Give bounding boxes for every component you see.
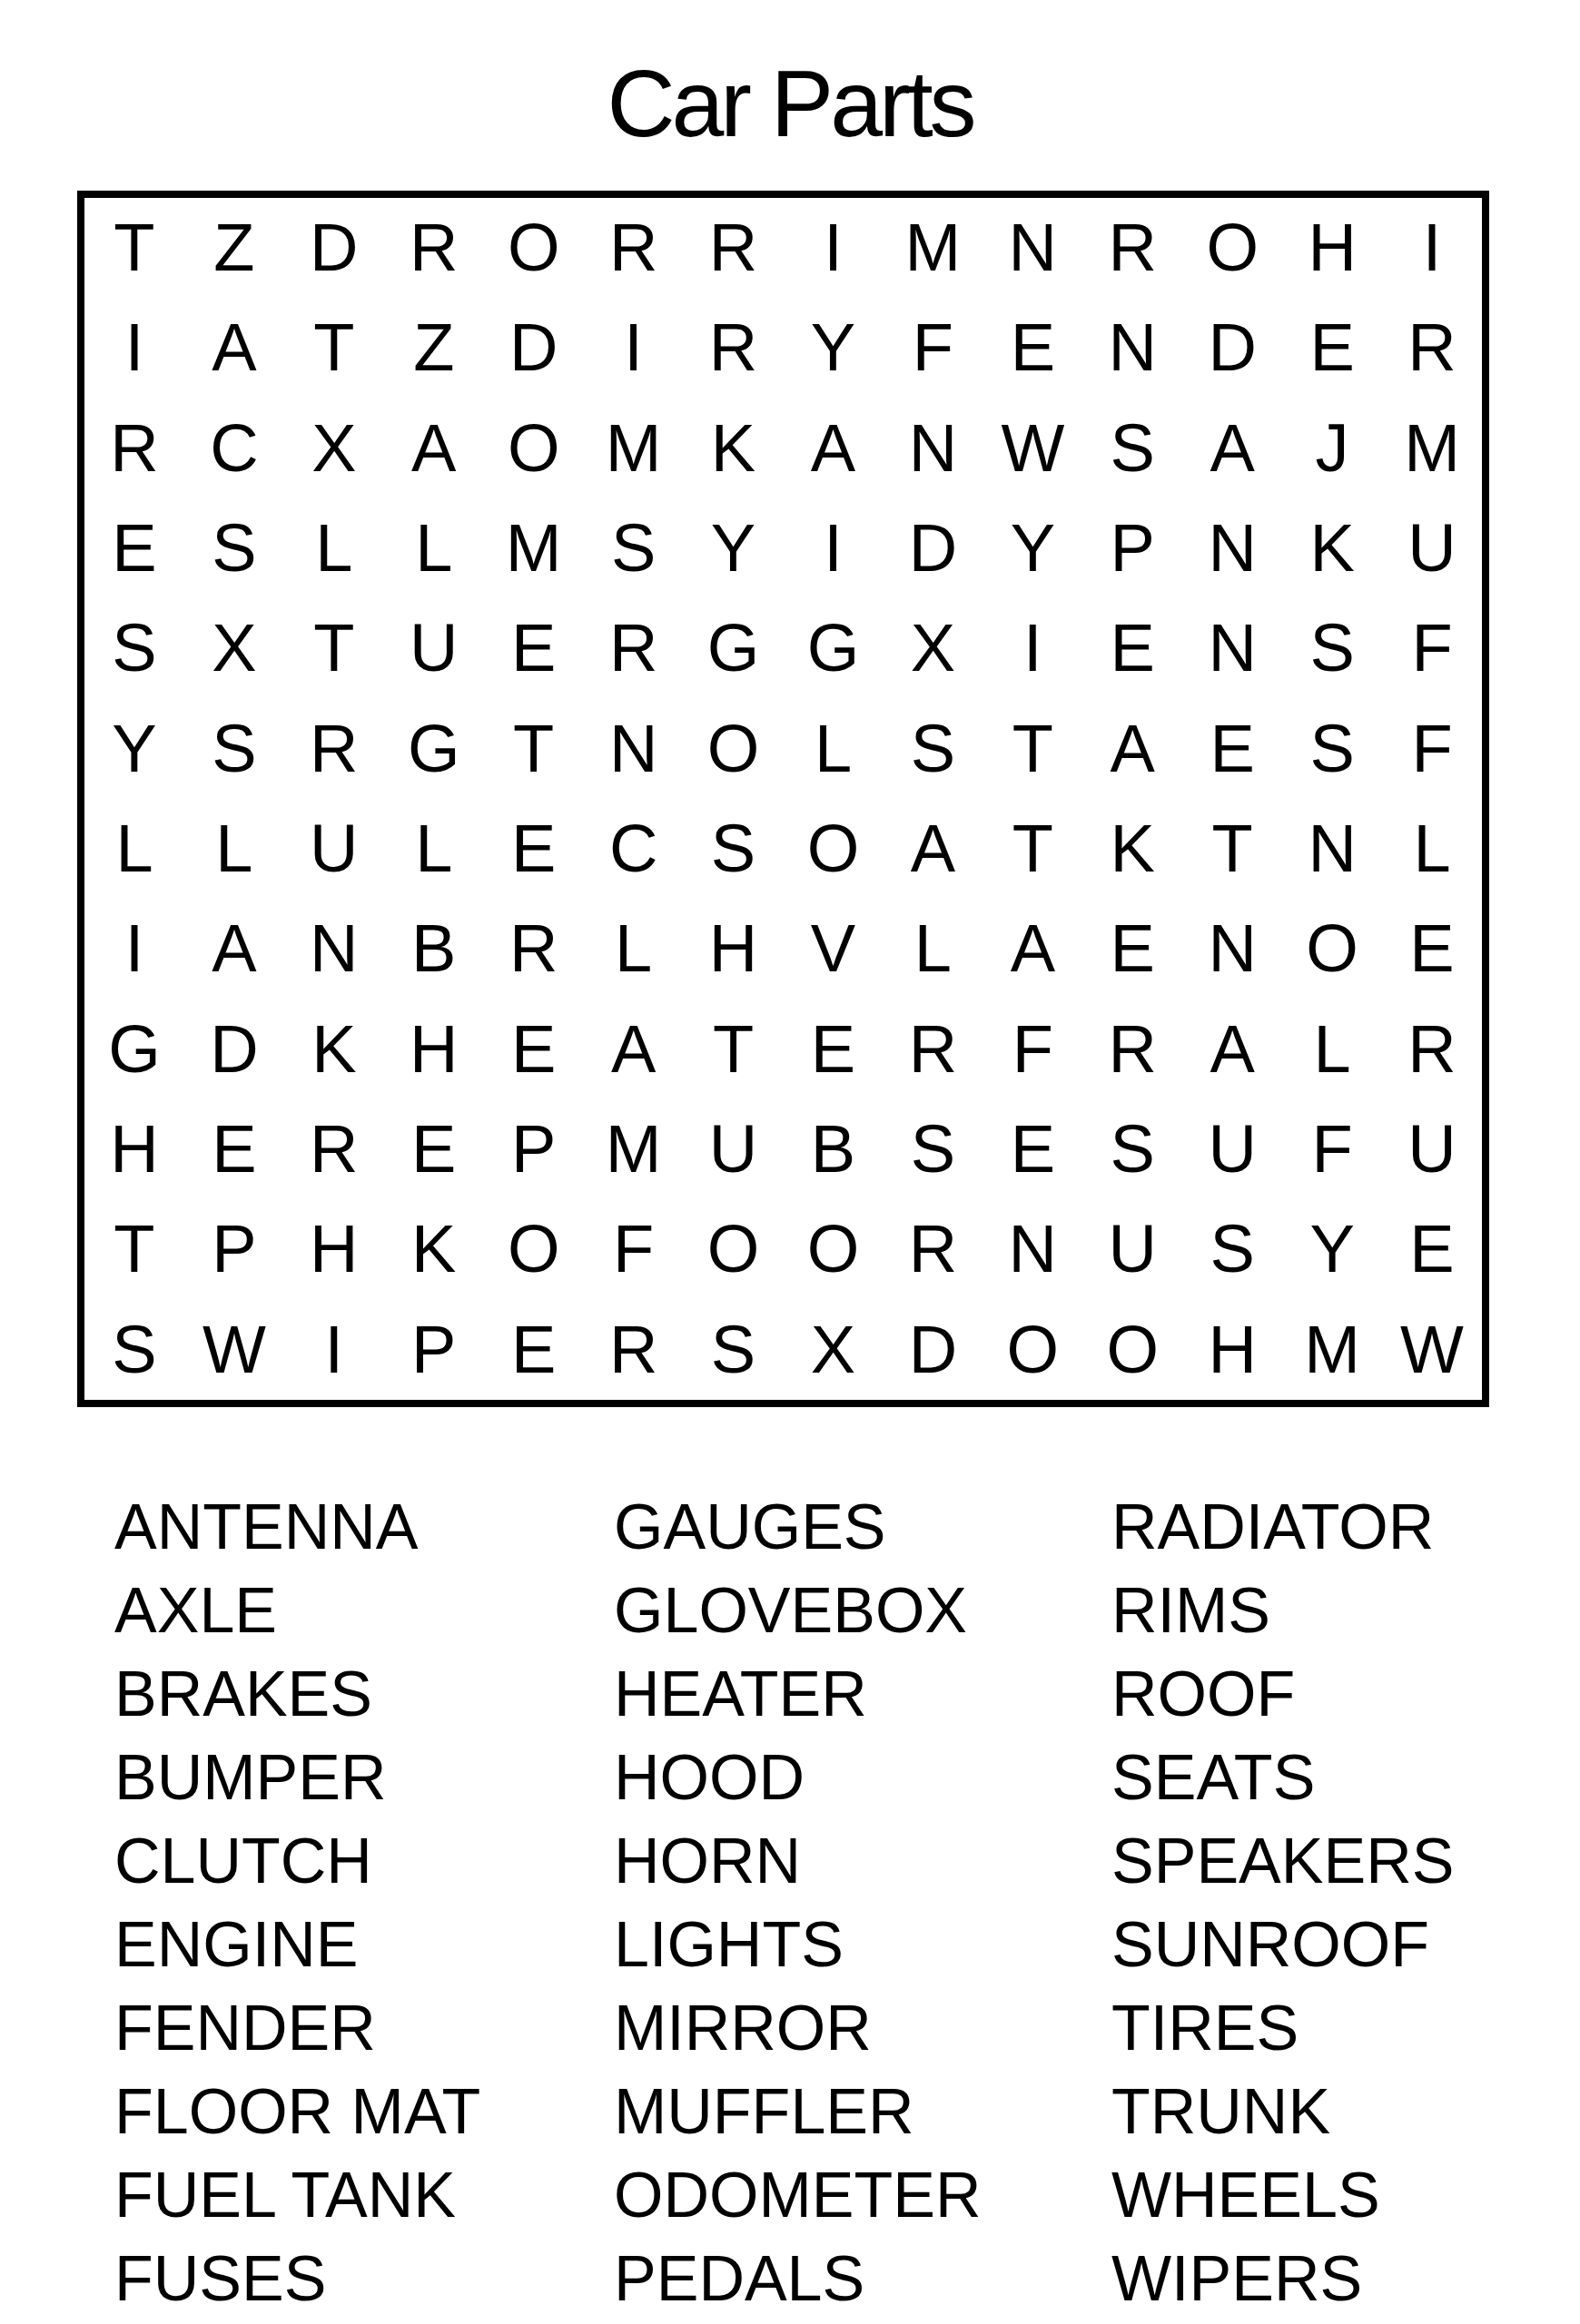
grid-cell[interactable]: E xyxy=(983,298,1082,398)
grid-cell[interactable]: N xyxy=(1082,298,1182,398)
grid-cell[interactable]: E xyxy=(184,1099,284,1199)
grid-cell[interactable]: H xyxy=(284,1199,384,1299)
grid-cell[interactable]: L xyxy=(584,899,684,999)
grid-cell[interactable]: U xyxy=(684,1099,784,1199)
grid-cell[interactable]: S xyxy=(684,799,784,899)
grid-cell[interactable]: R xyxy=(584,198,684,298)
grid-cell[interactable]: V xyxy=(784,899,884,999)
grid-cell[interactable]: E xyxy=(983,1099,1082,1199)
grid-cell[interactable]: P xyxy=(484,1099,584,1199)
grid-cell[interactable]: L xyxy=(1382,799,1482,899)
grid-cell[interactable]: O xyxy=(784,1199,884,1299)
word-list-item: LIGHTS xyxy=(614,1903,981,1986)
grid-cell[interactable]: R xyxy=(1382,298,1482,398)
word-list-column: GAUGESGLOVEBOXHEATERHOODHORNLIGHTSMIRROR… xyxy=(614,1485,981,2320)
grid-cell[interactable]: E xyxy=(84,498,184,598)
grid-cell[interactable]: G xyxy=(684,598,784,698)
grid-cell[interactable]: L xyxy=(384,498,484,598)
grid-cell[interactable]: U xyxy=(1082,1199,1182,1299)
grid-cell[interactable]: T xyxy=(484,699,584,799)
grid-cell[interactable]: X xyxy=(883,598,983,698)
grid-cell[interactable]: U xyxy=(1382,1099,1482,1199)
grid-cell[interactable]: L xyxy=(784,699,884,799)
grid-cell[interactable]: K xyxy=(384,1199,484,1299)
word-list-item: TRUNK xyxy=(1111,2070,1454,2153)
grid-cell[interactable]: E xyxy=(1282,298,1382,398)
grid-cell[interactable]: S xyxy=(184,498,284,598)
grid-cell[interactable]: Z xyxy=(384,298,484,398)
word-list-item: RIMS xyxy=(1111,1569,1454,1652)
grid-cell[interactable]: N xyxy=(1182,598,1282,698)
grid-cell[interactable]: M xyxy=(1282,1300,1382,1400)
grid-cell[interactable]: J xyxy=(1282,399,1382,498)
word-list-item: FLOOR MAT xyxy=(114,2070,480,2153)
grid-cell[interactable]: F xyxy=(883,298,983,398)
word-list-item: ANTENNA xyxy=(114,1485,480,1569)
grid-cell[interactable]: E xyxy=(784,1000,884,1099)
grid-cell[interactable]: E xyxy=(1082,598,1182,698)
grid-cell[interactable]: O xyxy=(684,1199,784,1299)
grid-cell[interactable]: Y xyxy=(1282,1199,1382,1299)
grid-cell[interactable]: R xyxy=(883,1000,983,1099)
grid-cell[interactable]: E xyxy=(1382,1199,1482,1299)
grid-cell[interactable]: D xyxy=(883,498,983,598)
page-title: Car Parts xyxy=(0,56,1580,151)
grid-cell[interactable]: N xyxy=(1182,498,1282,598)
grid-cell[interactable]: S xyxy=(1282,598,1382,698)
grid-cell[interactable]: A xyxy=(184,298,284,398)
grid-cell[interactable]: M xyxy=(484,498,584,598)
word-list-item: SUNROOF xyxy=(1111,1903,1454,1986)
grid-cell[interactable]: U xyxy=(384,598,484,698)
grid-cell[interactable]: W xyxy=(983,399,1082,498)
grid-cell[interactable]: L xyxy=(384,799,484,899)
word-list-item: SPEAKERS xyxy=(1111,1819,1454,1903)
grid-cell[interactable]: S xyxy=(584,498,684,598)
word-list-item: PEDALS xyxy=(614,2237,981,2320)
grid-cell[interactable]: Z xyxy=(184,198,284,298)
grid-cell[interactable]: A xyxy=(983,899,1082,999)
grid-cell[interactable]: N xyxy=(883,399,983,498)
grid-cell[interactable]: O xyxy=(784,799,884,899)
grid-cell[interactable]: D xyxy=(184,1000,284,1099)
grid-cell[interactable]: S xyxy=(1082,399,1182,498)
word-list-item: BRAKES xyxy=(114,1652,480,1736)
grid-cell[interactable]: S xyxy=(883,699,983,799)
grid-cell[interactable]: M xyxy=(584,399,684,498)
grid-cell[interactable]: N xyxy=(983,198,1082,298)
grid-cell[interactable]: A xyxy=(1182,399,1282,498)
word-list-item: SEATS xyxy=(1111,1736,1454,1819)
grid-cell[interactable]: G xyxy=(384,699,484,799)
word-list-item: GLOVEBOX xyxy=(614,1569,981,1652)
word-list-item: FUSES xyxy=(114,2237,480,2320)
grid-cell[interactable]: L xyxy=(184,799,284,899)
grid-cell[interactable]: S xyxy=(883,1099,983,1199)
grid-cell[interactable]: Y xyxy=(84,699,184,799)
grid-cell[interactable]: P xyxy=(384,1300,484,1400)
grid-cell[interactable]: O xyxy=(484,198,584,298)
grid-cell[interactable]: C xyxy=(584,799,684,899)
grid-cell[interactable]: K xyxy=(1082,799,1182,899)
word-list-item: AXLE xyxy=(114,1569,480,1652)
grid-cell[interactable]: S xyxy=(684,1300,784,1400)
grid-cell[interactable]: E xyxy=(1182,699,1282,799)
word-list-item: MIRROR xyxy=(614,1986,981,2070)
grid-cell[interactable]: C xyxy=(184,399,284,498)
word-list-item: HEATER xyxy=(614,1652,981,1736)
grid-cell[interactable]: B xyxy=(384,899,484,999)
grid-cell[interactable]: T xyxy=(284,598,384,698)
grid-cell[interactable]: H xyxy=(384,1000,484,1099)
grid-cell[interactable]: M xyxy=(584,1099,684,1199)
grid-cell[interactable]: P xyxy=(1082,498,1182,598)
grid-cell[interactable]: T xyxy=(84,198,184,298)
grid-cell[interactable]: U xyxy=(284,799,384,899)
grid-cell[interactable]: X xyxy=(284,399,384,498)
grid-cell[interactable]: S xyxy=(1182,1199,1282,1299)
grid-cell[interactable]: F xyxy=(1382,598,1482,698)
grid-cell[interactable]: D xyxy=(1182,298,1282,398)
grid-cell[interactable]: U xyxy=(1182,1099,1282,1199)
grid-cell[interactable]: X xyxy=(184,598,284,698)
grid-cell[interactable]: O xyxy=(983,1300,1082,1400)
grid-cell[interactable]: N xyxy=(584,699,684,799)
grid-cell[interactable]: I xyxy=(84,298,184,398)
grid-cell[interactable]: R xyxy=(883,1199,983,1299)
word-search-page: { "game": "word-search", "title": "Car P… xyxy=(0,0,1580,2324)
grid-cell[interactable]: F xyxy=(1282,1099,1382,1199)
grid-cell[interactable]: A xyxy=(1182,1000,1282,1099)
grid-cell[interactable]: E xyxy=(484,1000,584,1099)
grid-cell[interactable]: N xyxy=(1182,899,1282,999)
grid-cell[interactable]: I xyxy=(784,498,884,598)
word-list-item: GAUGES xyxy=(614,1485,981,1569)
grid-cell[interactable]: T xyxy=(983,799,1082,899)
grid-cell[interactable]: O xyxy=(684,699,784,799)
grid-cell[interactable]: S xyxy=(84,1300,184,1400)
word-list-column: RADIATORRIMSROOFSEATSSPEAKERSSUNROOFTIRE… xyxy=(1111,1485,1454,2320)
grid-cell[interactable]: R xyxy=(684,198,784,298)
word-list-item: ODOMETER xyxy=(614,2153,981,2237)
grid-cell[interactable]: I xyxy=(1382,198,1482,298)
grid-cell[interactable]: D xyxy=(284,198,384,298)
grid-cell[interactable]: E xyxy=(484,1300,584,1400)
word-list-item: FUEL TANK xyxy=(114,2153,480,2237)
grid-cell[interactable]: K xyxy=(284,1000,384,1099)
word-list: ANTENNAAXLEBRAKESBUMPERCLUTCHENGINEFENDE… xyxy=(0,1485,1580,2324)
word-list-item: WHEELS xyxy=(1111,2153,1454,2237)
grid-cell[interactable]: L xyxy=(84,799,184,899)
grid-cell[interactable]: Y xyxy=(684,498,784,598)
word-list-item: ROOF xyxy=(1111,1652,1454,1736)
word-list-column: ANTENNAAXLEBRAKESBUMPERCLUTCHENGINEFENDE… xyxy=(114,1485,480,2320)
grid-cell[interactable]: E xyxy=(484,799,584,899)
grid-cell[interactable]: W xyxy=(1382,1300,1482,1400)
word-list-item: WIPERS xyxy=(1111,2237,1454,2320)
grid-cell[interactable]: M xyxy=(1382,399,1482,498)
grid-cell[interactable]: T xyxy=(284,298,384,398)
grid-cell[interactable]: S xyxy=(1082,1099,1182,1199)
grid-cell[interactable]: R xyxy=(1082,198,1182,298)
grid-cell[interactable]: R xyxy=(484,899,584,999)
grid-cell[interactable]: R xyxy=(584,598,684,698)
word-list-item: RADIATOR xyxy=(1111,1485,1454,1569)
grid-cell[interactable]: K xyxy=(684,399,784,498)
grid-cell[interactable]: D xyxy=(883,1300,983,1400)
word-list-item: TIRES xyxy=(1111,1986,1454,2070)
grid-cell[interactable]: Y xyxy=(784,298,884,398)
grid-cell[interactable]: R xyxy=(84,399,184,498)
grid-cell[interactable]: P xyxy=(184,1199,284,1299)
grid-cell[interactable]: U xyxy=(1382,498,1482,598)
grid-cell[interactable]: S xyxy=(184,699,284,799)
word-list-item: MUFFLER xyxy=(614,2070,981,2153)
grid-cell[interactable]: T xyxy=(84,1199,184,1299)
grid-cell[interactable]: A xyxy=(784,399,884,498)
word-list-item: FENDER xyxy=(114,1986,480,2070)
grid-cell[interactable]: O xyxy=(484,399,584,498)
grid-cell[interactable]: I xyxy=(784,198,884,298)
grid-cell[interactable]: L xyxy=(284,498,384,598)
grid-cell[interactable]: Y xyxy=(983,498,1082,598)
grid-cell[interactable]: W xyxy=(184,1300,284,1400)
grid-cell[interactable]: A xyxy=(184,899,284,999)
grid-cell[interactable]: B xyxy=(784,1099,884,1199)
grid-cell[interactable]: A xyxy=(384,399,484,498)
word-list-item: CLUTCH xyxy=(114,1819,480,1903)
grid-cell[interactable]: T xyxy=(983,699,1082,799)
grid-cell[interactable]: R xyxy=(584,1300,684,1400)
grid-cell[interactable]: R xyxy=(284,1099,384,1199)
grid-cell[interactable]: R xyxy=(284,699,384,799)
grid-cell[interactable]: I xyxy=(983,598,1082,698)
grid-cell[interactable]: E xyxy=(384,1099,484,1199)
grid-cell[interactable]: R xyxy=(1382,1000,1482,1099)
grid-cell[interactable]: I xyxy=(284,1300,384,1400)
grid-cell[interactable]: E xyxy=(1382,899,1482,999)
grid-cell[interactable]: I xyxy=(84,899,184,999)
grid-cell[interactable]: G xyxy=(84,1000,184,1099)
grid-cell[interactable]: H xyxy=(1182,1300,1282,1400)
word-list-item: ENGINE xyxy=(114,1903,480,1986)
grid-cell[interactable]: G xyxy=(784,598,884,698)
word-list-item: HOOD xyxy=(614,1736,981,1819)
grid-cell[interactable]: A xyxy=(1082,699,1182,799)
grid-cell[interactable]: F xyxy=(983,1000,1082,1099)
grid-cell[interactable]: M xyxy=(883,198,983,298)
grid-cell[interactable]: N xyxy=(1282,799,1382,899)
grid-cell[interactable]: L xyxy=(1282,1000,1382,1099)
grid-cell[interactable]: O xyxy=(1282,899,1382,999)
grid-cell[interactable]: O xyxy=(1182,198,1282,298)
grid-cell[interactable]: S xyxy=(84,598,184,698)
grid-cell[interactable]: A xyxy=(883,799,983,899)
grid-cell[interactable]: E xyxy=(1082,899,1182,999)
word-list-item: HORN xyxy=(614,1819,981,1903)
grid-cell[interactable]: O xyxy=(1082,1300,1182,1400)
grid-cell[interactable]: S xyxy=(1282,699,1382,799)
grid-cell[interactable]: L xyxy=(883,899,983,999)
word-search-grid: TZDRORRIMNROHIIATZDIRYFENDERRCXAOMKANWSA… xyxy=(77,191,1489,1407)
grid-cell[interactable]: T xyxy=(684,1000,784,1099)
grid-cell[interactable]: X xyxy=(784,1300,884,1400)
grid-cell[interactable]: E xyxy=(484,598,584,698)
grid-cell[interactable]: H xyxy=(1282,198,1382,298)
grid-cell[interactable]: N xyxy=(983,1199,1082,1299)
grid-cell[interactable]: T xyxy=(1182,799,1282,899)
grid-cell[interactable]: D xyxy=(484,298,584,398)
grid-cell[interactable]: O xyxy=(484,1199,584,1299)
grid-cell[interactable]: R xyxy=(384,198,484,298)
grid-cell[interactable]: I xyxy=(584,298,684,398)
grid-cell[interactable]: R xyxy=(684,298,784,398)
grid-cell[interactable]: N xyxy=(284,899,384,999)
word-list-item: BUMPER xyxy=(114,1736,480,1819)
grid-cell[interactable]: R xyxy=(1082,1000,1182,1099)
grid-cell[interactable]: K xyxy=(1282,498,1382,598)
grid-cell[interactable]: F xyxy=(1382,699,1482,799)
grid-cell[interactable]: H xyxy=(84,1099,184,1199)
grid-cell[interactable]: H xyxy=(684,899,784,999)
grid-cell[interactable]: A xyxy=(584,1000,684,1099)
grid-cell[interactable]: F xyxy=(584,1199,684,1299)
